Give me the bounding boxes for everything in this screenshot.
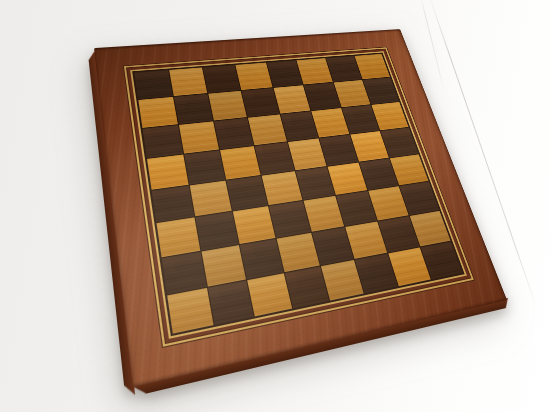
square-b2 xyxy=(201,245,245,286)
square-a8 xyxy=(134,70,172,99)
photo-backdrop xyxy=(0,0,550,412)
square-a4 xyxy=(152,185,195,222)
boxwood-stringing-inner xyxy=(130,51,467,339)
square-c3 xyxy=(233,206,275,244)
board-shadow xyxy=(0,0,550,412)
boxwood-stringing-outer xyxy=(124,47,474,346)
square-c6 xyxy=(214,118,253,149)
square-b5 xyxy=(184,150,225,184)
square-b6 xyxy=(179,121,219,153)
square-b8 xyxy=(169,67,207,96)
square-c2 xyxy=(240,239,284,279)
chessboard xyxy=(94,29,507,387)
square-a1 xyxy=(167,288,213,334)
square-a3 xyxy=(157,218,201,258)
square-c4 xyxy=(226,175,267,211)
square-a5 xyxy=(147,154,188,189)
square-b3 xyxy=(195,212,238,251)
square-a7 xyxy=(138,97,177,128)
square-c5 xyxy=(220,146,260,179)
square-b7 xyxy=(174,94,213,124)
square-b1 xyxy=(208,281,254,325)
square-c7 xyxy=(208,91,246,121)
square-c8 xyxy=(203,65,241,93)
mahogany-frame xyxy=(94,29,507,387)
square-a6 xyxy=(143,125,183,158)
square-b4 xyxy=(190,180,232,216)
board-squares-grid xyxy=(132,53,464,337)
